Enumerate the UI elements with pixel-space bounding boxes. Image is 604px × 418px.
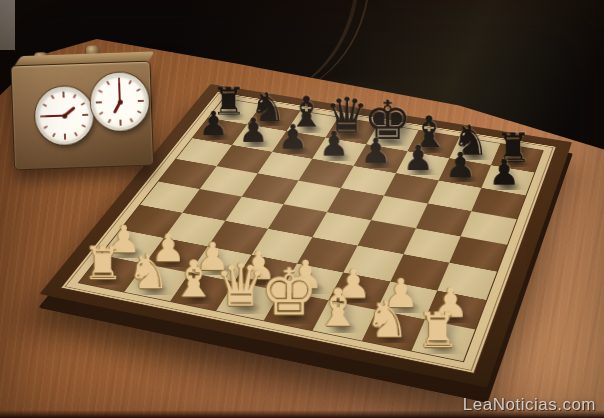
clock-tick-mark <box>106 81 110 85</box>
clock-body <box>10 61 154 171</box>
chess-clock <box>10 46 154 171</box>
white-knight: ♞ <box>127 249 170 294</box>
watermark: LeaNoticias.com <box>463 395 596 415</box>
black-pawn: ♟ <box>319 128 350 160</box>
black-pawn: ♟ <box>360 135 391 168</box>
black-pawn: ♟ <box>402 142 433 175</box>
white-knight: ♞ <box>365 296 410 344</box>
black-pawn: ♟ <box>488 157 520 190</box>
white-rook: ♜ <box>83 242 124 285</box>
clock-center-pin <box>117 99 122 104</box>
photo-stage: ♜♞♝♛♚♝♞♜♟♟♟♟♟♟♟♟♟♟♟♟♟♟♟♟♜♞♝♛♚♝♞♜ LeaNoti… <box>0 0 604 418</box>
clock-dial-right <box>90 72 150 132</box>
black-pawn: ♟ <box>445 149 476 182</box>
clock-tick-mark <box>51 95 55 99</box>
white-king: ♚ <box>260 262 318 324</box>
white-rook: ♜ <box>417 308 460 354</box>
white-bishop: ♝ <box>172 256 217 304</box>
wall-strip <box>0 0 15 50</box>
black-pawn: ♟ <box>198 108 228 140</box>
clock-center-pin <box>62 113 67 118</box>
black-pawn: ♟ <box>238 115 268 147</box>
white-bishop: ♝ <box>315 284 362 333</box>
black-pawn: ♟ <box>278 122 308 154</box>
